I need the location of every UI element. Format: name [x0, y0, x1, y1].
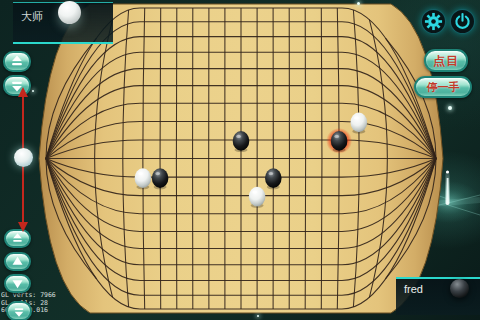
arrow-up-to-bar-icon: [5, 53, 29, 70]
star-sparkle: [257, 315, 259, 317]
stone-black: [152, 168, 169, 188]
board-grid[interactable]: [46, 8, 436, 309]
white-stone-avatar: [58, 1, 81, 24]
arrow-up-to-bar-icon: [6, 231, 29, 246]
stone-black: [331, 131, 348, 151]
arrow-down-icon: [6, 276, 29, 291]
power-button[interactable]: [450, 9, 475, 34]
go-app-screen: 大师 点目: [0, 0, 480, 320]
stone-black: [233, 131, 250, 151]
star-sparkle: [448, 106, 452, 110]
power-icon: [452, 11, 473, 32]
arrow-up-icon: [6, 254, 29, 269]
count-points-label: 点目: [433, 55, 459, 67]
star-sparkle: [32, 90, 34, 92]
star-sparkle: [357, 2, 360, 5]
settings-button[interactable]: [421, 9, 446, 34]
nav-step-up-button[interactable]: [4, 252, 31, 271]
slider-arrow-down[interactable]: [18, 222, 28, 232]
count-points-button[interactable]: 点目: [424, 49, 468, 72]
nav-jump-up-button[interactable]: [3, 51, 31, 72]
gear-icon: [423, 11, 444, 32]
pass-button[interactable]: 停一手: [414, 76, 472, 98]
stone-black: [265, 168, 282, 188]
stone-white: [135, 168, 152, 188]
go-board[interactable]: [0, 0, 480, 320]
stone-white: [351, 113, 368, 133]
slider-handle[interactable]: [14, 148, 33, 167]
stone-white: [249, 187, 266, 207]
arrow-down-to-bar-icon: [8, 304, 30, 319]
nav-step-down-button[interactable]: [4, 274, 31, 293]
black-stone-avatar: [450, 279, 469, 298]
nav-jump-end-button[interactable]: [6, 301, 32, 320]
pass-label: 停一手: [427, 82, 460, 93]
